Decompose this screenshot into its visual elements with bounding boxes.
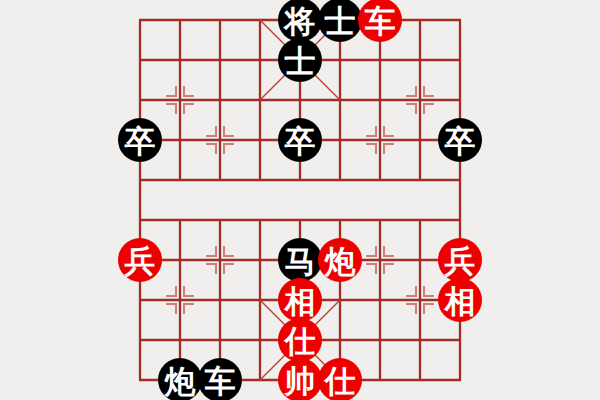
piece-red-chariot[interactable]: 车 xyxy=(358,0,402,42)
piece-black-general[interactable]: 将 xyxy=(278,0,322,42)
piece-black-advisor[interactable]: 士 xyxy=(318,0,362,42)
piece-red-elephant[interactable]: 相 xyxy=(438,278,482,322)
piece-red-general[interactable]: 帅 xyxy=(278,358,322,400)
piece-black-chariot[interactable]: 车 xyxy=(198,358,242,400)
piece-black-soldier[interactable]: 卒 xyxy=(438,118,482,162)
piece-black-horse[interactable]: 马 xyxy=(278,238,322,282)
xiangqi-board: 将士车士卒卒卒兵马炮兵相相仕炮车帅仕 xyxy=(140,20,460,380)
app-background: 将士车士卒卒卒兵马炮兵相相仕炮车帅仕 xyxy=(0,0,600,400)
piece-black-soldier[interactable]: 卒 xyxy=(278,118,322,162)
piece-black-soldier[interactable]: 卒 xyxy=(118,118,162,162)
piece-red-soldier[interactable]: 兵 xyxy=(118,238,162,282)
piece-black-cannon[interactable]: 炮 xyxy=(158,358,202,400)
piece-red-soldier[interactable]: 兵 xyxy=(438,238,482,282)
piece-red-cannon[interactable]: 炮 xyxy=(318,238,362,282)
piece-black-advisor[interactable]: 士 xyxy=(278,38,322,82)
piece-red-advisor[interactable]: 仕 xyxy=(318,358,362,400)
piece-red-elephant[interactable]: 相 xyxy=(278,278,322,322)
piece-red-advisor[interactable]: 仕 xyxy=(278,318,322,362)
